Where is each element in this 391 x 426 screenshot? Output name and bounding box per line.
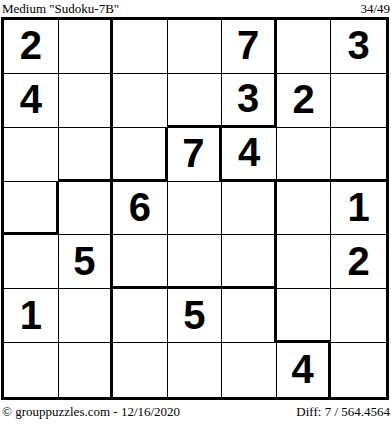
cell-r2c2[interactable] — [59, 74, 114, 128]
cell-r1c1: 2 — [4, 20, 59, 74]
cell-r3c2[interactable] — [59, 128, 114, 182]
cell-r1c6[interactable] — [277, 20, 332, 74]
cell-r3c5: 4 — [222, 128, 277, 182]
cell-r6c6[interactable] — [277, 289, 332, 343]
cell-r5c2: 5 — [59, 235, 114, 289]
cell-r3c1[interactable] — [4, 128, 59, 182]
cell-r6c2[interactable] — [59, 289, 114, 343]
cell-r3c4: 7 — [168, 128, 223, 182]
given-digit: 4 — [20, 79, 42, 119]
cell-r5c4[interactable] — [168, 235, 223, 289]
given-digit: 7 — [182, 133, 204, 173]
given-digit: 6 — [129, 187, 151, 227]
cell-r6c4: 5 — [168, 289, 223, 343]
cell-r5c5[interactable] — [222, 235, 277, 289]
footer: © grouppuzzles.com - 12/16/2020 Diff: 7 … — [2, 404, 390, 420]
cell-r1c3[interactable] — [113, 20, 168, 74]
cell-r7c7[interactable] — [331, 343, 386, 397]
cell-r4c7: 1 — [331, 182, 386, 236]
given-digit: 3 — [237, 78, 259, 118]
cell-r5c3[interactable] — [113, 235, 168, 289]
sudoku-grid: 273432746152154 — [1, 17, 389, 400]
cell-r4c4[interactable] — [168, 182, 223, 236]
cell-r1c2[interactable] — [59, 20, 114, 74]
cell-r6c7[interactable] — [331, 289, 386, 343]
given-digit: 4 — [238, 132, 260, 172]
cell-r7c3[interactable] — [113, 343, 168, 397]
given-digit: 7 — [237, 25, 259, 65]
given-digit: 1 — [20, 295, 42, 335]
cell-r3c6[interactable] — [277, 128, 332, 182]
cell-r1c4[interactable] — [168, 20, 223, 74]
cell-r3c3[interactable] — [113, 128, 168, 182]
given-digit: 2 — [348, 241, 370, 281]
cell-r4c5[interactable] — [222, 182, 277, 236]
cell-r6c5[interactable] — [222, 289, 277, 343]
given-digit: 2 — [20, 25, 42, 65]
puzzle-title: Medium "Sudoku-7B" — [2, 1, 119, 16]
cell-r4c6[interactable] — [277, 182, 332, 236]
cell-r4c3: 6 — [113, 182, 168, 236]
given-digit: 4 — [292, 349, 314, 389]
cell-r6c3[interactable] — [113, 289, 168, 343]
cell-r4c2[interactable] — [59, 182, 114, 236]
cell-r4c1[interactable] — [4, 182, 59, 236]
cell-r2c7[interactable] — [331, 74, 386, 128]
cell-r7c6: 4 — [277, 343, 332, 397]
cell-r3c7[interactable] — [331, 128, 386, 182]
given-digit: 5 — [73, 241, 95, 281]
given-digit: 2 — [293, 79, 315, 119]
cell-r5c6[interactable] — [277, 235, 332, 289]
given-digit: 5 — [183, 295, 205, 335]
cell-r7c4[interactable] — [168, 343, 223, 397]
cell-r7c1[interactable] — [4, 343, 59, 397]
cell-r5c7: 2 — [331, 235, 386, 289]
given-digit: 1 — [348, 187, 370, 227]
cell-r2c6: 2 — [277, 74, 332, 128]
cell-r7c5[interactable] — [222, 343, 277, 397]
cell-r5c1[interactable] — [4, 235, 59, 289]
difficulty-text: Diff: 7 / 564.4564 — [296, 404, 390, 420]
cell-r1c5: 7 — [222, 20, 277, 74]
cell-r2c1: 4 — [4, 74, 59, 128]
header: Medium "Sudoku-7B" 34/49 — [2, 1, 390, 16]
copyright-text: © grouppuzzles.com - 12/16/2020 — [2, 404, 180, 420]
given-digit: 3 — [348, 25, 370, 65]
cell-r6c1: 1 — [4, 289, 59, 343]
cell-r7c2[interactable] — [59, 343, 114, 397]
givens-counter: 34/49 — [360, 1, 390, 16]
cell-r2c4[interactable] — [168, 74, 223, 128]
cell-r1c7: 3 — [331, 20, 386, 74]
cell-r2c3[interactable] — [113, 74, 168, 128]
cell-r2c5: 3 — [222, 74, 277, 128]
